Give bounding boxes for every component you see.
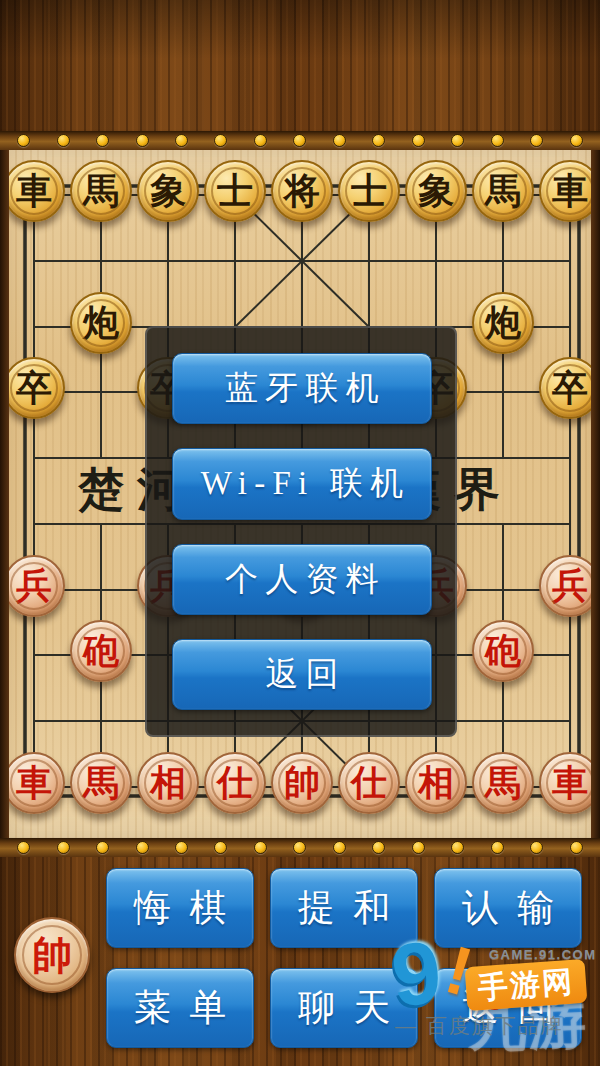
piece-red-r9-f2[interactable]: 馬 (70, 752, 132, 814)
piece-red-r7-f2[interactable]: 砲 (70, 620, 132, 682)
gold-stud-icon (412, 841, 425, 854)
board-right-rail (591, 150, 600, 838)
resign-button[interactable]: 认输 (434, 868, 582, 948)
gold-stud-icon (293, 841, 306, 854)
gold-stud-icon (57, 841, 70, 854)
piece-red-r9-f3[interactable]: 相 (137, 752, 199, 814)
gold-stud-icon (333, 134, 346, 147)
gold-stud-icon (214, 134, 227, 147)
gold-stud-icon (254, 841, 267, 854)
piece-black-r0-f4[interactable]: 士 (204, 160, 266, 222)
piece-black-r0-f6[interactable]: 士 (338, 160, 400, 222)
undo-button[interactable]: 悔棋 (106, 868, 254, 948)
gold-stud-icon (412, 134, 425, 147)
piece-red-r9-f5[interactable]: 帥 (271, 752, 333, 814)
piece-red-r9-f4[interactable]: 仕 (204, 752, 266, 814)
gold-stud-icon (175, 841, 188, 854)
gold-stud-icon (491, 134, 504, 147)
offer-draw-button[interactable]: 提和 (270, 868, 418, 948)
xiangqi-game-screen: 楚河 漢界 車馬象士将士象馬車炮炮卒卒卒卒卒兵兵兵兵兵砲砲車馬相仕帥仕相馬車 帥… (0, 0, 600, 1066)
gold-stud-icon (372, 134, 385, 147)
piece-black-r0-f8[interactable]: 馬 (472, 160, 534, 222)
gold-stud-icon (451, 134, 464, 147)
gold-stud-icon (570, 841, 583, 854)
gold-stud-icon (570, 134, 583, 147)
piece-red-r6-f1[interactable]: 兵 (3, 555, 65, 617)
profile-button[interactable]: 个人资料 (172, 544, 432, 615)
gold-stud-icon (175, 134, 188, 147)
board-left-rail (0, 150, 9, 838)
decor-general-piece: 帥 (14, 917, 90, 993)
online-menu-dialog: 蓝牙联机 Wi-Fi 联机 个人资料 返回 (145, 326, 457, 737)
gold-stud-icon (530, 841, 543, 854)
back-button[interactable]: 返回 (172, 639, 432, 710)
wood-frame-top (0, 0, 600, 131)
piece-black-r0-f1[interactable]: 車 (3, 160, 65, 222)
gold-stud-icon (17, 841, 30, 854)
piece-black-r0-f5[interactable]: 将 (271, 160, 333, 222)
rivet-strip-top (0, 131, 600, 150)
gold-stud-icon (96, 134, 109, 147)
gold-stud-icon (17, 134, 30, 147)
gold-stud-icon (293, 134, 306, 147)
wifi-online-button[interactable]: Wi-Fi 联机 (172, 448, 432, 519)
gold-stud-icon (214, 841, 227, 854)
gold-stud-icon (254, 134, 267, 147)
piece-black-r2-f2[interactable]: 炮 (70, 292, 132, 354)
piece-red-r9-f1[interactable]: 車 (3, 752, 65, 814)
gold-stud-icon (96, 841, 109, 854)
gold-stud-icon (57, 134, 70, 147)
piece-black-r3-f1[interactable]: 卒 (3, 357, 65, 419)
menu-button[interactable]: 菜单 (106, 968, 254, 1048)
piece-red-r9-f7[interactable]: 相 (405, 752, 467, 814)
piece-black-r0-f7[interactable]: 象 (405, 160, 467, 222)
piece-red-r9-f8[interactable]: 馬 (472, 752, 534, 814)
piece-red-r9-f6[interactable]: 仕 (338, 752, 400, 814)
gold-stud-icon (372, 841, 385, 854)
piece-black-r2-f8[interactable]: 炮 (472, 292, 534, 354)
gold-stud-icon (491, 841, 504, 854)
gold-stud-icon (530, 134, 543, 147)
gold-stud-icon (136, 841, 149, 854)
return-button[interactable]: 返回 (434, 968, 582, 1048)
piece-red-r7-f8[interactable]: 砲 (472, 620, 534, 682)
gold-stud-icon (136, 134, 149, 147)
wood-frame-bottom: 帥 悔棋 提和 认输 菜单 聊天 返回 九游 9 ! GAME.91.COM 手… (0, 857, 600, 1066)
rivet-strip-bottom (0, 838, 600, 857)
piece-black-r0-f2[interactable]: 馬 (70, 160, 132, 222)
gold-stud-icon (333, 841, 346, 854)
chat-button[interactable]: 聊天 (270, 968, 418, 1048)
bluetooth-online-button[interactable]: 蓝牙联机 (172, 353, 432, 424)
game-controls: 悔棋 提和 认输 菜单 聊天 返回 (106, 868, 582, 1048)
gold-stud-icon (451, 841, 464, 854)
piece-black-r0-f3[interactable]: 象 (137, 160, 199, 222)
